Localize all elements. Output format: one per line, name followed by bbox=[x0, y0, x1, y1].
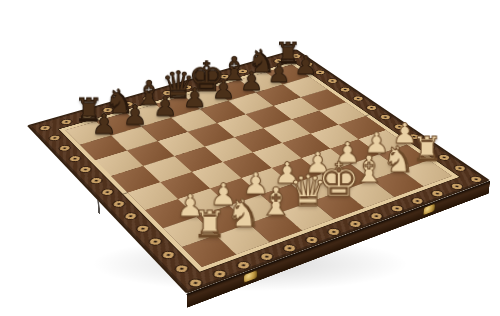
scene: ♜♞♝♛♚♝♞♜♟♟♟♟♟♟♟♟♟♟♟♟♟♟♟♟♜♞♝♛♚♝♞♜ bbox=[0, 0, 500, 316]
photo-background: ♜♞♝♛♚♝♞♜♟♟♟♟♟♟♟♟♟♟♟♟♟♟♟♟♜♞♝♛♚♝♞♜ bbox=[0, 0, 500, 316]
square-a1[interactable]: ♜ bbox=[182, 235, 236, 267]
brass-clasp-right bbox=[424, 204, 435, 215]
square-d5[interactable] bbox=[205, 137, 253, 162]
brass-clasp-left bbox=[244, 270, 257, 282]
white-rook[interactable]: ♜ bbox=[183, 199, 235, 251]
board-grid: ♜♞♝♛♚♝♞♜♟♟♟♟♟♟♟♟♟♟♟♟♟♟♟♟♜♞♝♛♚♝♞♜ bbox=[59, 62, 459, 272]
carved-border-frame: ♜♞♝♛♚♝♞♜♟♟♟♟♟♟♟♟♟♟♟♟♟♟♟♟♜♞♝♛♚♝♞♜ bbox=[27, 49, 491, 294]
black-pawn[interactable]: ♟ bbox=[81, 102, 127, 148]
chess-board: ♜♞♝♛♚♝♞♜♟♟♟♟♟♟♟♟♟♟♟♟♟♟♟♟♜♞♝♛♚♝♞♜ bbox=[27, 49, 491, 294]
